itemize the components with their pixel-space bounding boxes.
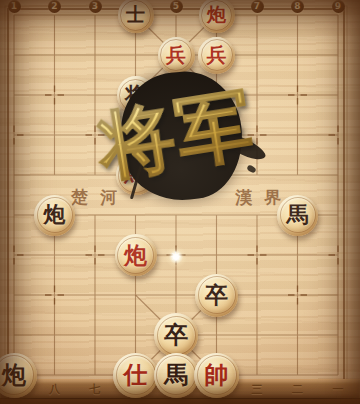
piece-black-advisor[interactable]: 士	[118, 0, 154, 33]
piece-black-cannon[interactable]: 炮	[34, 195, 75, 236]
piece-black-soldier[interactable]: 卒	[195, 274, 238, 317]
piece-red-cannon[interactable]: 炮	[115, 234, 157, 276]
piece-red-general[interactable]: 帥	[194, 353, 239, 398]
bottom-file-label: 三	[247, 383, 267, 397]
top-file-label: 7	[251, 0, 264, 13]
bottom-file-label: 八	[45, 383, 65, 397]
piece-black-soldier[interactable]: 卒	[154, 313, 198, 357]
top-file-label: 9	[332, 0, 345, 13]
piece-red-soldier[interactable]: 兵	[198, 37, 235, 74]
bottom-file-label: 七	[85, 383, 105, 397]
piece-red-soldier[interactable]: 兵	[158, 37, 195, 74]
piece-black-horse[interactable]: 馬	[154, 353, 199, 398]
bottom-file-label: 一	[328, 383, 348, 397]
top-file-label: 2	[48, 0, 61, 13]
piece-black-general[interactable]: 将	[117, 76, 155, 114]
piece-red-horse[interactable]: 馬	[116, 155, 156, 195]
app-screen: 楚河 漢界 123456789 九八七六五四三二一 士炮兵兵将馬炮馬炮卒卒炮仕馬…	[0, 0, 360, 404]
top-file-label: 3	[89, 0, 102, 13]
piece-red-advisor[interactable]: 仕	[113, 353, 158, 398]
piece-black-horse[interactable]: 馬	[277, 195, 318, 236]
top-file-label: 1	[8, 0, 21, 13]
piece-black-cannon[interactable]: 炮	[0, 353, 37, 398]
piece-red-cannon[interactable]: 炮	[199, 0, 235, 33]
top-file-label: 5	[170, 0, 183, 13]
bottom-file-label: 二	[288, 383, 308, 397]
bottom-bar-base	[0, 398, 360, 404]
top-file-label: 8	[291, 0, 304, 13]
